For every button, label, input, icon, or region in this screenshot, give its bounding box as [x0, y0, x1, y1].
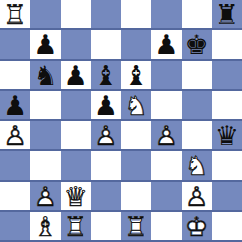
piece-outline-glyph: ♖: [121, 212, 151, 242]
square-c3[interactable]: [61, 151, 91, 181]
piece-fill-glyph: ♟: [91, 91, 121, 121]
white-queen[interactable]: ♛♕: [61, 182, 91, 212]
piece-outline-glyph: ♙: [182, 182, 212, 212]
square-d4[interactable]: ♟♙: [91, 121, 121, 151]
square-f7[interactable]: ♟: [151, 30, 181, 60]
black-rook[interactable]: ♜: [212, 0, 242, 30]
piece-fill-glyph: ♟: [61, 61, 91, 91]
square-e5[interactable]: ♞♘: [121, 91, 151, 121]
black-queen[interactable]: ♛: [212, 121, 242, 151]
square-d5[interactable]: ♟: [91, 91, 121, 121]
square-c1[interactable]: ♜♖: [61, 212, 91, 242]
piece-fill-glyph: ♟: [30, 30, 60, 60]
piece-outline-glyph: ♖: [61, 212, 91, 242]
square-b7[interactable]: ♟: [30, 30, 60, 60]
square-c6[interactable]: ♟: [61, 61, 91, 91]
square-g1[interactable]: ♚♔: [182, 212, 212, 242]
square-b4[interactable]: [30, 121, 60, 151]
piece-fill-glyph: ♝: [91, 61, 121, 91]
square-d8[interactable]: [91, 0, 121, 30]
square-d6[interactable]: ♝: [91, 61, 121, 91]
piece-outline-glyph: ♖: [0, 0, 30, 30]
white-rook[interactable]: ♜♖: [121, 212, 151, 242]
square-g8[interactable]: [182, 0, 212, 30]
white-bishop[interactable]: ♝♗: [30, 212, 60, 242]
black-pawn[interactable]: ♟: [0, 91, 30, 121]
square-e2[interactable]: [121, 182, 151, 212]
square-e4[interactable]: [121, 121, 151, 151]
square-g3[interactable]: ♞♘: [182, 151, 212, 181]
piece-outline-glyph: ♘: [182, 151, 212, 181]
piece-outline-glyph: ♕: [61, 182, 91, 212]
square-f3[interactable]: [151, 151, 181, 181]
square-c2[interactable]: ♛♕: [61, 182, 91, 212]
square-a1[interactable]: [0, 212, 30, 242]
white-pawn[interactable]: ♟♙: [0, 121, 30, 151]
square-c4[interactable]: [61, 121, 91, 151]
square-c5[interactable]: [61, 91, 91, 121]
black-bishop[interactable]: ♝: [91, 61, 121, 91]
square-a4[interactable]: ♟♙: [0, 121, 30, 151]
black-pawn[interactable]: ♟: [91, 91, 121, 121]
square-f4[interactable]: ♟♙: [151, 121, 181, 151]
square-g7[interactable]: ♚: [182, 30, 212, 60]
square-d2[interactable]: [91, 182, 121, 212]
square-c8[interactable]: [61, 0, 91, 30]
square-a5[interactable]: ♟: [0, 91, 30, 121]
chess-app: ♜♖♜♟♟♚♞♟♝♝♟♟♞♘♟♙♟♙♟♙♛♞♘♟♙♛♕♟♙♝♗♜♖♜♖♚♔: [0, 0, 242, 242]
piece-fill-glyph: ♝: [121, 61, 151, 91]
square-e7[interactable]: [121, 30, 151, 60]
black-pawn[interactable]: ♟: [151, 30, 181, 60]
square-g5[interactable]: [182, 91, 212, 121]
square-b6[interactable]: ♞: [30, 61, 60, 91]
square-a6[interactable]: [0, 61, 30, 91]
square-g2[interactable]: ♟♙: [182, 182, 212, 212]
piece-outline-glyph: ♙: [151, 121, 181, 151]
piece-outline-glyph: ♗: [30, 212, 60, 242]
square-d7[interactable]: [91, 30, 121, 60]
piece-outline-glyph: ♙: [30, 182, 60, 212]
square-b1[interactable]: ♝♗: [30, 212, 60, 242]
black-pawn[interactable]: ♟: [30, 30, 60, 60]
square-h1[interactable]: [212, 212, 242, 242]
piece-fill-glyph: ♚: [182, 30, 212, 60]
white-knight[interactable]: ♞♘: [182, 151, 212, 181]
piece-fill-glyph: ♟: [0, 91, 30, 121]
square-a8[interactable]: ♜♖: [0, 0, 30, 30]
piece-fill-glyph: ♟: [151, 30, 181, 60]
square-h8[interactable]: ♜: [212, 0, 242, 30]
square-c7[interactable]: [61, 30, 91, 60]
square-f8[interactable]: [151, 0, 181, 30]
square-h7[interactable]: [212, 30, 242, 60]
black-knight[interactable]: ♞: [30, 61, 60, 91]
square-a2[interactable]: [0, 182, 30, 212]
square-h2[interactable]: [212, 182, 242, 212]
square-h5[interactable]: [212, 91, 242, 121]
black-pawn[interactable]: ♟: [61, 61, 91, 91]
piece-outline-glyph: ♙: [91, 121, 121, 151]
square-f1[interactable]: [151, 212, 181, 242]
black-bishop[interactable]: ♝: [121, 61, 151, 91]
white-pawn[interactable]: ♟♙: [182, 182, 212, 212]
black-king[interactable]: ♚: [182, 30, 212, 60]
piece-outline-glyph: ♙: [0, 121, 30, 151]
white-knight[interactable]: ♞♘: [121, 91, 151, 121]
square-e6[interactable]: ♝: [121, 61, 151, 91]
white-pawn[interactable]: ♟♙: [151, 121, 181, 151]
square-h6[interactable]: [212, 61, 242, 91]
square-f2[interactable]: [151, 182, 181, 212]
square-h4[interactable]: ♛: [212, 121, 242, 151]
square-f5[interactable]: [151, 91, 181, 121]
square-e3[interactable]: [121, 151, 151, 181]
square-g4[interactable]: [182, 121, 212, 151]
square-f6[interactable]: [151, 61, 181, 91]
square-a7[interactable]: [0, 30, 30, 60]
piece-fill-glyph: ♜: [212, 0, 242, 30]
white-rook[interactable]: ♜♖: [61, 212, 91, 242]
square-b5[interactable]: [30, 91, 60, 121]
white-rook[interactable]: ♜♖: [0, 0, 30, 30]
chess-board: ♜♖♜♟♟♚♞♟♝♝♟♟♞♘♟♙♟♙♟♙♛♞♘♟♙♛♕♟♙♝♗♜♖♜♖♚♔: [0, 0, 242, 242]
white-pawn[interactable]: ♟♙: [30, 182, 60, 212]
square-a3[interactable]: [0, 151, 30, 181]
piece-fill-glyph: ♛: [212, 121, 242, 151]
square-g6[interactable]: [182, 61, 212, 91]
square-b2[interactable]: ♟♙: [30, 182, 60, 212]
square-d3[interactable]: [91, 151, 121, 181]
piece-outline-glyph: ♘: [121, 91, 151, 121]
piece-fill-glyph: ♞: [30, 61, 60, 91]
square-h3[interactable]: [212, 151, 242, 181]
white-king[interactable]: ♚♔: [182, 212, 212, 242]
square-b8[interactable]: [30, 0, 60, 30]
white-pawn[interactable]: ♟♙: [91, 121, 121, 151]
square-b3[interactable]: [30, 151, 60, 181]
square-e8[interactable]: [121, 0, 151, 30]
piece-outline-glyph: ♔: [182, 212, 212, 242]
square-d1[interactable]: [91, 212, 121, 242]
square-e1[interactable]: ♜♖: [121, 212, 151, 242]
